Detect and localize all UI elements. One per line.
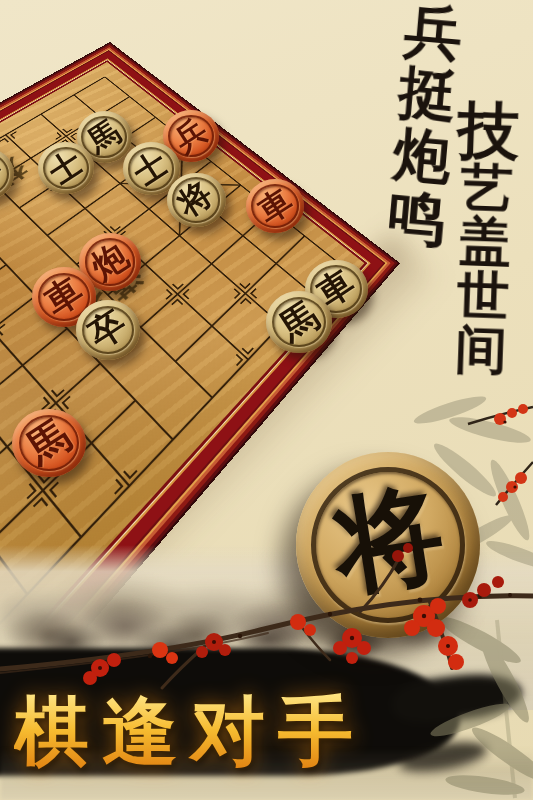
calligraphy-character: 间 bbox=[454, 323, 508, 379]
calligraphy-character: 世 bbox=[456, 269, 510, 325]
title-banner: 棋逢对手 bbox=[14, 682, 366, 783]
xiangqi-piece-black-d2: 士 bbox=[38, 142, 94, 194]
xiangqi-piece-black-i2: 馬 bbox=[266, 291, 332, 352]
slogan-left-column: 兵挺炮鸣 bbox=[385, 0, 464, 252]
calligraphy-character: 炮 bbox=[391, 123, 454, 190]
calligraphy-character: 挺 bbox=[396, 62, 459, 129]
splash-screen[interactable]: 楚河 漢界 馬兵士士将車卒炮車卒車馬馬 bbox=[0, 0, 533, 800]
featured-general-piece: 将 bbox=[296, 452, 480, 638]
xiangqi-piece-red-g0: 車 bbox=[246, 179, 304, 233]
calligraphy-character: 技 bbox=[457, 99, 521, 163]
calligraphy-character: 鸣 bbox=[385, 185, 448, 252]
xiangqi-piece-black-g4: 卒 bbox=[76, 300, 140, 360]
calligraphy-character: 兵 bbox=[402, 0, 465, 67]
calligraphy-character: 盖 bbox=[458, 215, 512, 271]
xiangqi-piece-red-h6: 馬 bbox=[12, 409, 86, 478]
calligraphy-character: 艺 bbox=[460, 161, 514, 217]
xiangqi-piece-black-f1: 将 bbox=[167, 173, 226, 228]
slogan-right-column: 技艺盖世间 bbox=[449, 99, 521, 379]
general-character: 将 bbox=[325, 460, 455, 621]
